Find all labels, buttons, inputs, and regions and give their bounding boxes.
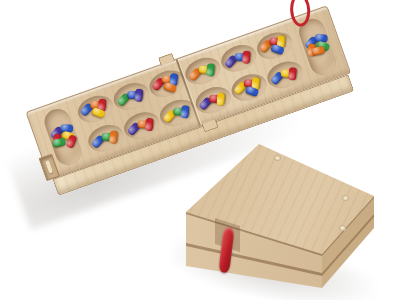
- closed-box-shadow: [168, 218, 396, 300]
- pit-top-1[interactable]: [74, 91, 116, 127]
- pit-bottom-5[interactable]: [228, 70, 270, 106]
- bean-blue: [180, 105, 189, 119]
- pit-bottom-6[interactable]: [264, 57, 306, 93]
- bean-orange: [311, 46, 325, 56]
- pit-bottom-4[interactable]: [192, 82, 234, 118]
- pit-top-6[interactable]: [253, 28, 295, 64]
- bean-red: [287, 67, 296, 81]
- dowel-peg-icon: [339, 225, 346, 231]
- bean-red: [241, 50, 250, 64]
- bean-green: [52, 137, 66, 147]
- hinge-tab-top: [158, 53, 175, 66]
- bean-yellow: [216, 92, 225, 106]
- pit-bottom-1[interactable]: [85, 120, 127, 156]
- bean-red: [144, 117, 153, 131]
- pit-top-2[interactable]: [110, 79, 152, 115]
- open-mancala-board: [25, 5, 358, 200]
- bean-purple: [134, 88, 143, 102]
- bean-green: [205, 63, 214, 77]
- pit-bottom-2[interactable]: [121, 108, 163, 144]
- dowel-peg-icon: [274, 155, 281, 161]
- bean-orange: [108, 130, 117, 144]
- pit-top-4[interactable]: [182, 53, 224, 89]
- dowel-peg-icon: [342, 195, 349, 201]
- latch-peg: [45, 160, 53, 174]
- product-photo: [0, 0, 400, 300]
- pit-top-5[interactable]: [218, 41, 260, 77]
- elastic-loop-icon-closed: [218, 227, 235, 274]
